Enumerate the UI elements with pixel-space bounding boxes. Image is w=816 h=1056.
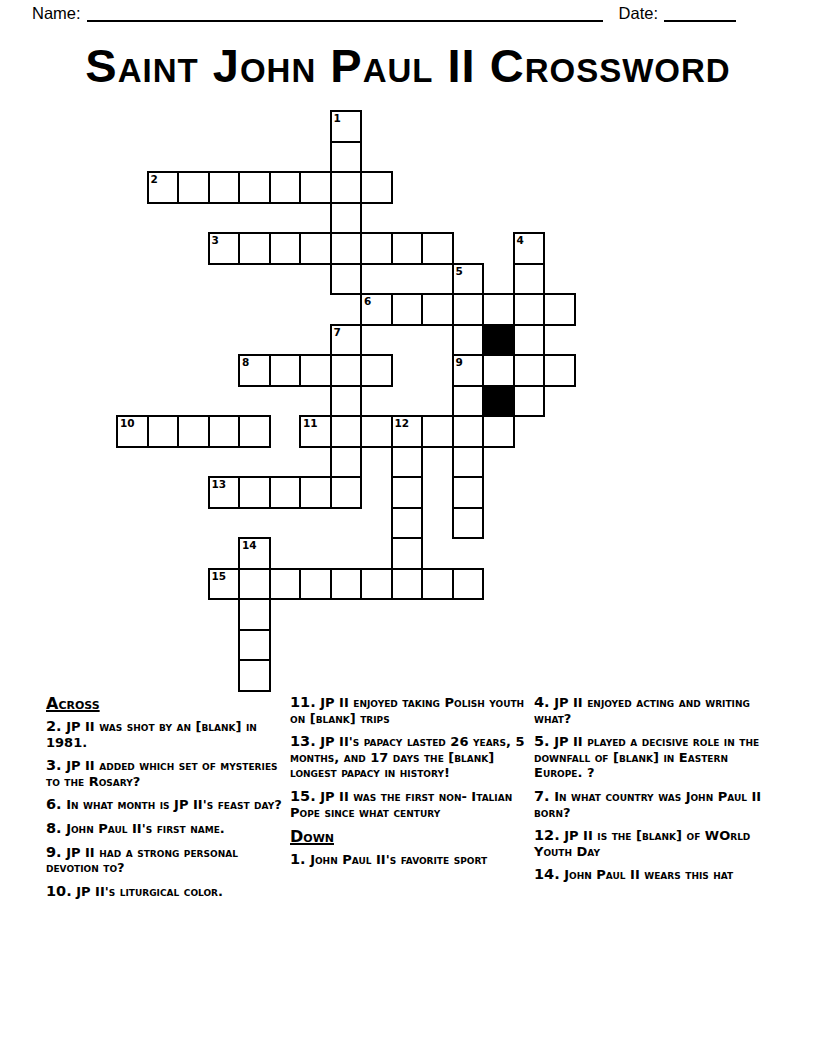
clue-column-3: 4. JP II enjoyed acting and writing what… <box>534 695 774 891</box>
grid-cell-r9c13[interactable] <box>513 385 546 418</box>
grid-cell-r17c4[interactable] <box>238 629 271 662</box>
clue-column-1: Across2. JP II was shot by an [blank] in… <box>46 695 286 907</box>
grid-cell-r10c3[interactable] <box>208 415 241 448</box>
cell-number-7: 7 <box>334 327 341 338</box>
grid-cell-r10c12[interactable] <box>482 415 515 448</box>
grid-cell-r6c13[interactable] <box>513 293 546 326</box>
grid-cell-r2c6[interactable] <box>299 171 332 204</box>
clue-12-down: 12. JP II is the [blank] of WOrld Youth … <box>534 828 774 859</box>
grid-cell-r15c11[interactable] <box>452 568 485 601</box>
cell-number-3: 3 <box>212 235 219 246</box>
grid-cell-r4c10[interactable] <box>421 232 454 265</box>
clue-2-across: 2. JP II was shot by an [blank] in 1981. <box>46 719 286 750</box>
grid-cell-r5c7[interactable] <box>330 263 363 296</box>
cell-number-10: 10 <box>120 418 135 429</box>
clue-7-down: 7. In what country was John Paul II born… <box>534 789 774 820</box>
clue-number: 11. <box>290 694 316 710</box>
grid-cell-r15c7[interactable] <box>330 568 363 601</box>
crossword-board: 123456789101112131415 <box>116 110 576 692</box>
clue-number: 15. <box>290 788 316 804</box>
name-blank-line <box>87 4 603 22</box>
grid-cell-r15c9[interactable] <box>391 568 424 601</box>
grid-cell-r4c3[interactable]: 3 <box>208 232 241 265</box>
clue-number: 4. <box>534 694 550 710</box>
cell-number-15: 15 <box>212 571 227 582</box>
cell-number-14: 14 <box>242 540 257 551</box>
cell-number-11: 11 <box>303 418 318 429</box>
clue-column-2: 11. JP II enjoyed taking Polish youth on… <box>290 695 536 876</box>
cell-number-12: 12 <box>395 418 410 429</box>
grid-cell-r10c7[interactable] <box>330 415 363 448</box>
grid-cell-r6c14[interactable] <box>543 293 576 326</box>
clue-9-across: 9. JP II had a strong personal devotion … <box>46 845 286 876</box>
grid-cell-r15c3[interactable]: 15 <box>208 568 241 601</box>
grid-cell-r16c4[interactable] <box>238 598 271 631</box>
grid-cell-r6c12[interactable] <box>482 293 515 326</box>
grid-cell-r11c7[interactable] <box>330 446 363 479</box>
grid-cell-r15c6[interactable] <box>299 568 332 601</box>
clue-number: 1. <box>290 851 306 867</box>
clue-number: 7. <box>534 788 550 804</box>
grid-cell-r10c10[interactable] <box>421 415 454 448</box>
name-date-row: Name: Date: <box>32 4 784 22</box>
grid-cell-r2c5[interactable] <box>269 171 302 204</box>
grid-cell-r8c14[interactable] <box>543 354 576 387</box>
cell-number-6: 6 <box>364 296 371 307</box>
cell-number-8: 8 <box>242 357 249 368</box>
clue-5-down: 5. JP II played a decisive role in the d… <box>534 734 774 781</box>
across-heading: Across <box>46 695 286 712</box>
clue-14-down: 14. John Paul II wears this hat <box>534 867 774 883</box>
grid-cell-r2c8[interactable] <box>360 171 393 204</box>
grid-cell-r8c4[interactable]: 8 <box>238 354 271 387</box>
grid-cell-r10c4[interactable] <box>238 415 271 448</box>
cell-number-5: 5 <box>456 266 463 277</box>
grid-cell-r12c7[interactable] <box>330 476 363 509</box>
grid-cell-r12c6[interactable] <box>299 476 332 509</box>
clue-6-across: 6. In what month is JP II's feast day? <box>46 797 286 813</box>
name-label: Name: <box>32 4 81 22</box>
grid-cell-r11c9[interactable] <box>391 446 424 479</box>
grid-cell-r13c11[interactable] <box>452 507 485 540</box>
grid-cell-r4c6[interactable] <box>299 232 332 265</box>
grid-cell-r7c13[interactable] <box>513 324 546 357</box>
grid-cell-r2c4[interactable] <box>238 171 271 204</box>
grid-cell-r15c10[interactable] <box>421 568 454 601</box>
grid-cell-r12c5[interactable] <box>269 476 302 509</box>
grid-cell-r9c11[interactable] <box>452 385 485 418</box>
grid-cell-r7c7[interactable]: 7 <box>330 324 363 357</box>
clue-number: 10. <box>46 883 72 899</box>
clue-number: 9. <box>46 844 62 860</box>
grid-cell-r15c5[interactable] <box>269 568 302 601</box>
date-label: Date: <box>619 4 658 22</box>
clue-number: 12. <box>534 827 560 843</box>
grid-cell-r4c8[interactable] <box>360 232 393 265</box>
grid-cell-r8c13[interactable] <box>513 354 546 387</box>
grid-cell-r8c12[interactable] <box>482 354 515 387</box>
grid-cell-r12c11[interactable] <box>452 476 485 509</box>
grid-cell-r4c7[interactable] <box>330 232 363 265</box>
grid-cell-r10c0[interactable]: 10 <box>116 415 149 448</box>
grid-cell-r4c9[interactable] <box>391 232 424 265</box>
grid-cell-r4c5[interactable] <box>269 232 302 265</box>
grid-cell-r6c8[interactable]: 6 <box>360 293 393 326</box>
cell-number-13: 13 <box>212 479 227 490</box>
grid-cell-r14c9[interactable] <box>391 537 424 570</box>
grid-cell-r9c7[interactable] <box>330 385 363 418</box>
grid-cell-r8c6[interactable] <box>299 354 332 387</box>
grid-cell-r10c2[interactable] <box>177 415 210 448</box>
grid-cell-r8c8[interactable] <box>360 354 393 387</box>
grid-cell-r10c9[interactable]: 12 <box>391 415 424 448</box>
cell-number-4: 4 <box>517 235 524 246</box>
cell-number-2: 2 <box>151 174 158 185</box>
worksheet-page: Name: Date: Saint John Paul II Crossword… <box>0 0 816 1056</box>
grid-cell-r2c2[interactable] <box>177 171 210 204</box>
clue-number: 6. <box>46 796 62 812</box>
grid-cell-r10c6[interactable]: 11 <box>299 415 332 448</box>
grid-cell-r6c10[interactable] <box>421 293 454 326</box>
clue-number: 8. <box>46 820 62 836</box>
grid-cell-r5c13[interactable] <box>513 263 546 296</box>
clue-13-across: 13. JP II's papacy lasted 26 years, 5 mo… <box>290 734 536 781</box>
grid-cell-r6c11[interactable] <box>452 293 485 326</box>
clue-1-down: 1. John Paul II's favorite sport <box>290 852 536 868</box>
clue-15-across: 15. JP II was the first non- Italian Pop… <box>290 789 536 820</box>
grid-cell-r0c7[interactable]: 1 <box>330 110 363 143</box>
grid-cell-r15c8[interactable] <box>360 568 393 601</box>
clue-number: 3. <box>46 757 62 773</box>
grid-cell-r4c13[interactable]: 4 <box>513 232 546 265</box>
cell-number-1: 1 <box>334 113 341 124</box>
grid-cell-r10c8[interactable] <box>360 415 393 448</box>
black-cell-r9c12 <box>482 385 515 418</box>
grid-cell-r12c4[interactable] <box>238 476 271 509</box>
clue-10-across: 10. JP II's liturgical color. <box>46 884 286 900</box>
grid-cell-r8c5[interactable] <box>269 354 302 387</box>
grid-cell-r5c11[interactable]: 5 <box>452 263 485 296</box>
grid-cell-r12c9[interactable] <box>391 476 424 509</box>
grid-cell-r2c7[interactable] <box>330 171 363 204</box>
clue-4-down: 4. JP II enjoyed acting and writing what… <box>534 695 774 726</box>
grid-cell-r14c4[interactable]: 14 <box>238 537 271 570</box>
grid-cell-r10c1[interactable] <box>147 415 180 448</box>
clues-section: Across2. JP II was shot by an [blank] in… <box>46 695 780 995</box>
grid-cell-r12c3[interactable]: 13 <box>208 476 241 509</box>
down-heading: Down <box>290 828 536 845</box>
grid-cell-r1c7[interactable] <box>330 141 363 174</box>
page-title: Saint John Paul II Crossword <box>0 38 816 93</box>
grid-cell-r11c11[interactable] <box>452 446 485 479</box>
grid-cell-r4c4[interactable] <box>238 232 271 265</box>
grid-cell-r3c7[interactable] <box>330 202 363 235</box>
grid-cell-r18c4[interactable] <box>238 659 271 692</box>
grid-cell-r15c4[interactable] <box>238 568 271 601</box>
date-blank-line <box>664 4 736 22</box>
grid-cell-r6c9[interactable] <box>391 293 424 326</box>
black-cell-r7c12 <box>482 324 515 357</box>
grid-cell-r10c11[interactable] <box>452 415 485 448</box>
grid-cell-r8c11[interactable]: 9 <box>452 354 485 387</box>
cell-number-9: 9 <box>456 357 463 368</box>
clue-11-across: 11. JP II enjoyed taking Polish youth on… <box>290 695 536 726</box>
grid-cell-r2c3[interactable] <box>208 171 241 204</box>
grid-cell-r13c9[interactable] <box>391 507 424 540</box>
clue-8-across: 8. John Paul II's first name. <box>46 821 286 837</box>
grid-cell-r7c11[interactable] <box>452 324 485 357</box>
grid-cell-r8c7[interactable] <box>330 354 363 387</box>
clue-number: 2. <box>46 718 62 734</box>
grid-cell-r2c1[interactable]: 2 <box>147 171 180 204</box>
clue-3-across: 3. JP II added which set of mysteries to… <box>46 758 286 789</box>
clue-number: 5. <box>534 733 550 749</box>
clue-number: 13. <box>290 733 316 749</box>
clue-number: 14. <box>534 866 560 882</box>
